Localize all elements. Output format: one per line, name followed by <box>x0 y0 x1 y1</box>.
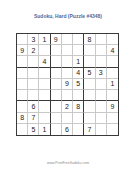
cell-r5c2 <box>28 79 39 90</box>
cell-r1c5 <box>62 34 73 45</box>
cell-r3c8 <box>96 56 107 67</box>
cell-r1c7: 8 <box>84 34 95 45</box>
cell-r1c2: 3 <box>28 34 39 45</box>
cell-r8c9 <box>107 113 118 124</box>
cell-r2c3 <box>39 45 50 56</box>
cell-r8c6 <box>73 113 84 124</box>
cell-r1c6 <box>73 34 84 45</box>
cell-r9c2: 5 <box>28 124 39 135</box>
sudoku-board: 3198924414539516289875167 <box>16 33 119 136</box>
cell-r8c1: 8 <box>17 113 28 124</box>
cell-r4c6: 4 <box>73 68 84 79</box>
cell-r9c5: 6 <box>62 124 73 135</box>
cell-r8c3 <box>39 113 50 124</box>
cell-r8c4 <box>51 113 62 124</box>
cell-r2c1: 9 <box>17 45 28 56</box>
cell-r1c4: 9 <box>51 34 62 45</box>
cell-r3c6: 1 <box>73 56 84 67</box>
cell-r7c1 <box>17 101 28 112</box>
cell-r2c7 <box>84 45 95 56</box>
cell-r4c4 <box>51 68 62 79</box>
cell-r7c6: 8 <box>73 101 84 112</box>
cell-r8c8 <box>96 113 107 124</box>
cell-r5c4 <box>51 79 62 90</box>
cell-r4c3 <box>39 68 50 79</box>
cell-r2c4 <box>51 45 62 56</box>
cell-r9c6 <box>73 124 84 135</box>
cell-r4c8: 3 <box>96 68 107 79</box>
cell-r3c7 <box>84 56 95 67</box>
cell-r8c7 <box>84 113 95 124</box>
cell-r1c1 <box>17 34 28 45</box>
cell-r1c9 <box>107 34 118 45</box>
cell-r7c7 <box>84 101 95 112</box>
cell-r8c5 <box>62 113 73 124</box>
cell-r5c3 <box>39 79 50 90</box>
cell-r9c8 <box>96 124 107 135</box>
cell-r4c2 <box>28 68 39 79</box>
cell-r6c2 <box>28 90 39 101</box>
cell-r7c8 <box>96 101 107 112</box>
cell-r5c1 <box>17 79 28 90</box>
cell-r6c8 <box>96 90 107 101</box>
cell-r9c4 <box>51 124 62 135</box>
cell-r3c4 <box>51 56 62 67</box>
cell-r5c9: 1 <box>107 79 118 90</box>
cell-r5c8 <box>96 79 107 90</box>
cell-r6c3 <box>39 90 50 101</box>
cell-r9c1 <box>17 124 28 135</box>
cell-r6c7 <box>84 90 95 101</box>
cell-r5c6: 5 <box>73 79 84 90</box>
cell-r9c9 <box>107 124 118 135</box>
cell-r7c2: 6 <box>28 101 39 112</box>
cell-r1c3: 1 <box>39 34 50 45</box>
cell-r6c4 <box>51 90 62 101</box>
cell-r1c8 <box>96 34 107 45</box>
page-title: Sudoku, Hard (Puzzle #4348) <box>0 13 136 19</box>
cell-r6c5 <box>62 90 73 101</box>
cell-r5c5: 9 <box>62 79 73 90</box>
cell-r6c1 <box>17 90 28 101</box>
cell-r9c7: 7 <box>84 124 95 135</box>
cell-r3c3: 4 <box>39 56 50 67</box>
cell-r7c3 <box>39 101 50 112</box>
cell-r8c2: 7 <box>28 113 39 124</box>
cell-r4c7: 5 <box>84 68 95 79</box>
cell-r2c2: 2 <box>28 45 39 56</box>
cell-r2c9: 4 <box>107 45 118 56</box>
cell-r4c1 <box>17 68 28 79</box>
cell-r2c5 <box>62 45 73 56</box>
cell-r7c9: 9 <box>107 101 118 112</box>
cell-r3c1 <box>17 56 28 67</box>
cell-r5c7 <box>84 79 95 90</box>
cell-r7c4 <box>51 101 62 112</box>
cell-r3c5 <box>62 56 73 67</box>
cell-r6c9 <box>107 90 118 101</box>
cell-r4c5 <box>62 68 73 79</box>
footer-url: www.PrintFreeSudoku.com <box>0 161 136 165</box>
cell-r2c6 <box>73 45 84 56</box>
cell-r2c8 <box>96 45 107 56</box>
cell-r3c2 <box>28 56 39 67</box>
cell-r3c9 <box>107 56 118 67</box>
cell-r9c3: 1 <box>39 124 50 135</box>
cell-r6c6 <box>73 90 84 101</box>
cell-r7c5: 2 <box>62 101 73 112</box>
cell-r4c9 <box>107 68 118 79</box>
